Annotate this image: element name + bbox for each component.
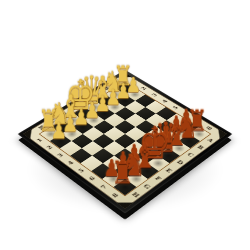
chess-set-photo: 12345678 12345678 ABCDEFGH ABCDEFGH ♜♟♟♜… (0, 0, 250, 250)
piece-black-rook-h8[interactable]: ♜ (111, 157, 134, 188)
piece-white-pawn-h2[interactable]: ♟ (51, 120, 67, 142)
